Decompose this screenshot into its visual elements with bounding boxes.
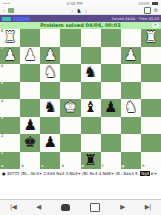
next-problem-chevron-icon[interactable]: › xyxy=(85,7,87,14)
rank-label-4: 4 xyxy=(1,100,4,104)
square-b7[interactable]: ♟ xyxy=(20,47,40,65)
square-c3[interactable] xyxy=(40,117,60,135)
nav-bar: ‹ ‹ ♞ › ⚙ xyxy=(0,7,161,15)
square-a7[interactable]: 7♟ xyxy=(0,47,20,65)
move-list[interactable]: ● 30772 (BL...Nc4+ 2.Kd4 Na3 3.Nb4+ (BL … xyxy=(0,169,161,183)
square-g7[interactable]: ♟ xyxy=(121,47,141,65)
black-pawn-f4[interactable]: ♟ xyxy=(101,99,121,117)
file-label-f: f xyxy=(102,165,104,169)
square-g5[interactable] xyxy=(121,82,141,100)
square-d3[interactable] xyxy=(60,117,80,135)
board-icon[interactable] xyxy=(90,203,100,212)
rank-label-5: 5 xyxy=(1,82,4,86)
file-label-g: g xyxy=(122,165,125,169)
square-b4[interactable] xyxy=(20,99,40,117)
square-c5[interactable] xyxy=(40,82,60,100)
last-move-button[interactable]: ▶| xyxy=(145,200,151,215)
square-g8[interactable] xyxy=(121,29,141,47)
square-b3[interactable]: ♟ xyxy=(20,117,40,135)
move-text-suffix: #+ xyxy=(150,171,157,176)
white-knight-g4[interactable]: ♞ xyxy=(121,99,141,117)
rank-label-1: 1 xyxy=(1,152,4,156)
square-h5[interactable] xyxy=(141,82,161,100)
square-c1[interactable]: c xyxy=(40,152,60,170)
black-rook-e1[interactable]: ♜ xyxy=(81,152,101,170)
file-label-d: d xyxy=(61,165,64,169)
progress-bar: Solved 04/04 · Time 00:03 xyxy=(0,15,161,22)
black-bishop-e4[interactable]: ♝ xyxy=(81,99,101,117)
square-a1[interactable]: 1a xyxy=(0,152,20,170)
white-rook-a8[interactable]: ♜ xyxy=(0,29,20,47)
knight-icon: ♞ xyxy=(76,7,81,14)
progress-segment-teal xyxy=(2,17,11,21)
square-a6[interactable]: 6 xyxy=(0,64,20,82)
black-pawn-b3[interactable]: ♟ xyxy=(20,117,40,135)
rank-label-6: 6 xyxy=(1,65,4,69)
status-right: 100% xyxy=(139,1,158,6)
square-e7[interactable] xyxy=(81,47,101,65)
square-e8[interactable] xyxy=(81,29,101,47)
square-e6[interactable]: ♞ xyxy=(81,64,101,82)
gear-icon[interactable]: ⚙ xyxy=(154,7,158,14)
square-g6[interactable] xyxy=(121,64,141,82)
move-text-prefix: 30772 (BL...Nc4+ 2.Kd4 Na3 3.Nb4+ (BL Nc… xyxy=(6,171,139,176)
file-label-h: h xyxy=(142,165,145,169)
square-d8[interactable] xyxy=(60,29,80,47)
white-pawn-a7[interactable]: ♟ xyxy=(0,47,20,65)
black-king-b2[interactable]: ♚ xyxy=(20,134,40,152)
square-e3[interactable] xyxy=(81,117,101,135)
square-g2[interactable] xyxy=(121,134,141,152)
square-g4[interactable]: ♞ xyxy=(121,99,141,117)
app-icon[interactable] xyxy=(8,8,14,13)
square-c6[interactable]: ♞ xyxy=(40,64,60,82)
prev-move-button[interactable]: ◀ xyxy=(36,200,41,215)
square-a2[interactable]: 2 xyxy=(0,134,20,152)
square-d2[interactable] xyxy=(60,134,80,152)
battery-icon xyxy=(152,2,158,5)
square-g1[interactable]: g xyxy=(121,152,141,170)
black-knight-c4[interactable]: ♞ xyxy=(40,99,60,117)
square-c7[interactable]: ♟ xyxy=(40,47,60,65)
square-e5[interactable] xyxy=(81,82,101,100)
square-f3[interactable] xyxy=(101,117,121,135)
square-a3[interactable]: 3 xyxy=(0,117,20,135)
white-rook-h8[interactable]: ♜ xyxy=(141,29,161,47)
board-grid-icon[interactable] xyxy=(144,7,151,14)
square-d7[interactable] xyxy=(60,47,80,65)
hint-icon[interactable] xyxy=(61,204,70,211)
rank-label-2: 2 xyxy=(1,135,4,139)
chess-board[interactable]: 8♜♜7♟♟♟♟6♞♞54♞♚♝♟♞3♟2♚♟1abcde♜fgh xyxy=(0,29,161,169)
white-pawn-g7[interactable]: ♟ xyxy=(121,47,141,65)
square-c2[interactable]: ♟ xyxy=(40,134,60,152)
square-f1[interactable]: f xyxy=(101,152,121,170)
black-knight-e6[interactable]: ♞ xyxy=(81,64,101,82)
square-f6[interactable] xyxy=(101,64,121,82)
file-label-a: a xyxy=(1,165,3,169)
battery-percent: 100% xyxy=(139,1,150,6)
back-chevron-icon[interactable]: ‹ xyxy=(3,7,5,14)
status-left: ••• xyxy=(3,1,10,6)
current-move-highlight[interactable]: Ng5 xyxy=(140,171,150,176)
status-bar: ••• 4:08 PM 100% xyxy=(0,0,161,7)
square-f5[interactable] xyxy=(101,82,121,100)
square-h1[interactable]: h xyxy=(141,152,161,170)
solved-banner-text: Problem solved 04/04, 00:03 xyxy=(40,22,121,29)
square-b1[interactable]: b xyxy=(20,152,40,170)
square-d5[interactable] xyxy=(60,82,80,100)
progress-segment-blue xyxy=(13,17,30,21)
square-h2[interactable] xyxy=(141,134,161,152)
square-f2[interactable] xyxy=(101,134,121,152)
square-e2[interactable] xyxy=(81,134,101,152)
square-f4[interactable]: ♟ xyxy=(101,99,121,117)
rank-label-3: 3 xyxy=(1,117,4,121)
white-pawn-c7[interactable]: ♟ xyxy=(40,47,60,65)
white-knight-c6[interactable]: ♞ xyxy=(40,64,60,82)
prev-problem-chevron-icon[interactable]: ‹ xyxy=(71,7,73,14)
first-move-button[interactable]: |◀ xyxy=(10,200,16,215)
next-move-button[interactable]: ▶ xyxy=(120,200,125,215)
solved-banner: Problem solved 04/04, 00:03 ✕ xyxy=(0,22,161,29)
square-h3[interactable] xyxy=(141,117,161,135)
square-a4[interactable]: 4 xyxy=(0,99,20,117)
file-label-c: c xyxy=(41,165,43,169)
square-d6[interactable] xyxy=(60,64,80,82)
square-f7[interactable] xyxy=(101,47,121,65)
square-d1[interactable]: d xyxy=(60,152,80,170)
status-clock: 4:08 PM xyxy=(66,1,82,6)
file-label-b: b xyxy=(21,165,24,169)
square-h8[interactable]: ♜ xyxy=(141,29,161,47)
square-f8[interactable] xyxy=(101,29,121,47)
white-king-d4[interactable]: ♚ xyxy=(60,99,80,117)
square-a5[interactable]: 5 xyxy=(0,82,20,100)
square-c4[interactable]: ♞ xyxy=(40,99,60,117)
square-h6[interactable] xyxy=(141,64,161,82)
progress-text: Solved 04/04 · Time 00:03 xyxy=(112,17,159,21)
square-b2[interactable]: ♚ xyxy=(20,134,40,152)
square-h4[interactable] xyxy=(141,99,161,117)
square-g3[interactable] xyxy=(121,117,141,135)
white-pawn-b7[interactable]: ♟ xyxy=(20,47,40,65)
square-d4[interactable]: ♚ xyxy=(60,99,80,117)
black-pawn-c2[interactable]: ♟ xyxy=(40,134,60,152)
square-a8[interactable]: 8♜ xyxy=(0,29,20,47)
square-b5[interactable] xyxy=(20,82,40,100)
square-b8[interactable] xyxy=(20,29,40,47)
playback-toolbar: |◀ ◀ ▶ ▶| xyxy=(0,199,161,215)
square-e1[interactable]: e♜ xyxy=(81,152,101,170)
square-e4[interactable]: ♝ xyxy=(81,99,101,117)
square-c8[interactable] xyxy=(40,29,60,47)
square-h7[interactable] xyxy=(141,47,161,65)
square-b6[interactable] xyxy=(20,64,40,82)
